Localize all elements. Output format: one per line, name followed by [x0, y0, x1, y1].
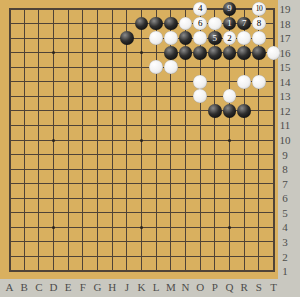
coord-letter-E: E: [61, 280, 75, 294]
stone-black-K18[interactable]: [135, 17, 149, 31]
move-number-label: 1: [227, 19, 232, 28]
stone-white-S18[interactable]: 8: [252, 17, 266, 31]
move-number-label: 4: [198, 4, 203, 13]
coord-number-19: 19: [276, 2, 294, 16]
star-point-D4: [52, 226, 55, 229]
coord-letter-O: O: [193, 280, 207, 294]
star-point-K16: [140, 51, 143, 54]
move-number-label: 8: [257, 19, 262, 28]
stone-black-L18[interactable]: [149, 17, 163, 31]
coord-letter-B: B: [17, 280, 31, 294]
star-point-K10: [140, 139, 143, 142]
grid-line-horizontal: [9, 183, 275, 184]
coord-letter-A: A: [3, 280, 17, 294]
stone-white-P18[interactable]: [208, 17, 222, 31]
stone-white-O14[interactable]: [193, 75, 207, 89]
stone-black-R16[interactable]: [237, 46, 251, 60]
coord-number-12: 12: [276, 104, 294, 118]
coord-letter-K: K: [135, 280, 149, 294]
stone-white-L17[interactable]: [149, 31, 163, 45]
stone-black-Q16[interactable]: [223, 46, 237, 60]
coord-number-4: 4: [276, 220, 294, 234]
stone-white-L15[interactable]: [149, 60, 163, 74]
stone-white-S19[interactable]: 10: [252, 2, 266, 16]
coord-letter-C: C: [32, 280, 46, 294]
coord-number-7: 7: [276, 177, 294, 191]
coord-letter-L: L: [149, 280, 163, 294]
coord-number-17: 17: [276, 31, 294, 45]
coord-number-5: 5: [276, 206, 294, 220]
grid-line-horizontal: [9, 169, 275, 170]
stone-white-N18[interactable]: [179, 17, 193, 31]
coord-letter-T: T: [267, 280, 281, 294]
coord-letter-G: G: [91, 280, 105, 294]
stone-black-P17[interactable]: 5: [208, 31, 222, 45]
stone-white-O13[interactable]: [193, 89, 207, 103]
stone-white-O19[interactable]: 4: [193, 2, 207, 16]
stone-white-R17[interactable]: [237, 31, 251, 45]
coord-letter-S: S: [252, 280, 266, 294]
stone-white-S14[interactable]: [252, 75, 266, 89]
stone-black-Q18[interactable]: 1: [223, 17, 237, 31]
go-board[interactable]: 4910617852: [0, 0, 278, 279]
stone-black-P16[interactable]: [208, 46, 222, 60]
coord-number-13: 13: [276, 89, 294, 103]
stone-white-M15[interactable]: [164, 60, 178, 74]
stone-white-S17[interactable]: [252, 31, 266, 45]
grid-line-horizontal: [9, 241, 275, 242]
coord-letter-R: R: [237, 280, 251, 294]
coord-number-8: 8: [276, 162, 294, 176]
stone-black-N17[interactable]: [179, 31, 193, 45]
stone-black-R12[interactable]: [237, 104, 251, 118]
move-number-label: 10: [256, 5, 263, 13]
coord-number-2: 2: [276, 250, 294, 264]
go-board-diagram: 4910617852 ABCDEFGHJKLMNOPQRST 191817161…: [0, 0, 300, 297]
grid-line-vertical: [156, 8, 157, 272]
coord-letter-F: F: [76, 280, 90, 294]
stone-black-Q12[interactable]: [223, 104, 237, 118]
stone-black-R18[interactable]: 7: [237, 17, 251, 31]
coord-number-11: 11: [276, 118, 294, 132]
coord-letter-J: J: [120, 280, 134, 294]
stone-white-Q13[interactable]: [223, 89, 237, 103]
coord-letter-M: M: [164, 280, 178, 294]
stone-black-P12[interactable]: [208, 104, 222, 118]
coord-letter-Q: Q: [223, 280, 237, 294]
grid-line-horizontal: [9, 154, 275, 155]
coord-letter-P: P: [208, 280, 222, 294]
grid-line-horizontal: [9, 270, 275, 272]
coord-number-9: 9: [276, 148, 294, 162]
star-point-D16: [52, 51, 55, 54]
stone-white-M17[interactable]: [164, 31, 178, 45]
grid-line-horizontal: [9, 198, 275, 199]
star-point-Q4: [228, 226, 231, 229]
move-number-label: 9: [227, 4, 232, 13]
stone-white-Q17[interactable]: 2: [223, 31, 237, 45]
stone-white-R14[interactable]: [237, 75, 251, 89]
coord-letter-D: D: [47, 280, 61, 294]
star-point-K4: [140, 226, 143, 229]
stone-black-N16[interactable]: [179, 46, 193, 60]
stone-black-S16[interactable]: [252, 46, 266, 60]
coord-number-18: 18: [276, 17, 294, 31]
move-number-label: 6: [198, 19, 203, 28]
stone-white-O17[interactable]: [193, 31, 207, 45]
grid-line-horizontal: [9, 212, 275, 213]
stone-black-M16[interactable]: [164, 46, 178, 60]
stone-black-Q19[interactable]: 9: [223, 2, 237, 16]
stone-white-O18[interactable]: 6: [193, 17, 207, 31]
coord-number-14: 14: [276, 75, 294, 89]
coord-letter-H: H: [105, 280, 119, 294]
stone-black-M18[interactable]: [164, 17, 178, 31]
coord-number-6: 6: [276, 191, 294, 205]
coord-number-3: 3: [276, 235, 294, 249]
coord-number-1: 1: [276, 264, 294, 278]
star-point-D10: [52, 139, 55, 142]
stone-black-O16[interactable]: [193, 46, 207, 60]
coord-letter-N: N: [179, 280, 193, 294]
stone-black-J17[interactable]: [120, 31, 134, 45]
coord-number-16: 16: [276, 46, 294, 60]
move-number-label: 5: [213, 34, 218, 43]
move-number-label: 2: [227, 34, 232, 43]
coord-number-10: 10: [276, 133, 294, 147]
grid-line-horizontal: [9, 256, 275, 257]
move-number-label: 7: [242, 19, 247, 28]
coord-number-15: 15: [276, 60, 294, 74]
star-point-Q10: [228, 139, 231, 142]
